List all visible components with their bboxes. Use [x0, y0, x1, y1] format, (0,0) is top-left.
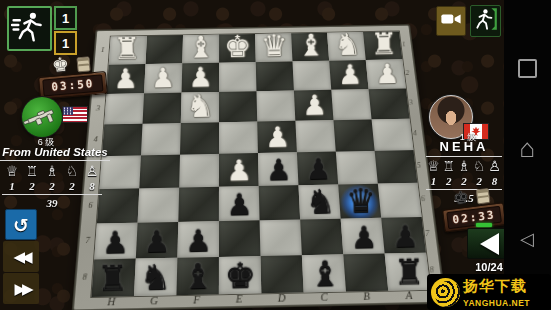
tray-icon-N: ♘ — [472, 158, 487, 174]
square-a7[interactable]: ♟ — [381, 217, 426, 253]
square-g8[interactable]: ♞ — [134, 258, 177, 296]
piece-bN-g8[interactable]: ♞ — [139, 259, 171, 294]
badge-top-value: 1 — [62, 11, 69, 26]
square-e5[interactable]: ♟ — [219, 153, 259, 187]
square-d5[interactable]: ♟ — [258, 152, 299, 186]
square-f5[interactable] — [179, 154, 219, 188]
left-tray: ♕♖♗♘♙ 12228 39 — [2, 163, 102, 209]
tray-icon-P: ♙ — [487, 158, 502, 174]
left-tray-icons: ♕♖♗♘♙ — [2, 163, 102, 179]
piece-bP-c5[interactable]: ♟ — [305, 155, 331, 184]
recents-icon[interactable] — [518, 59, 537, 78]
tray-icon-B: ♗ — [456, 158, 471, 174]
left-tray-counts: 12228 — [2, 180, 102, 195]
piece-bB-f8[interactable]: ♝ — [181, 259, 213, 294]
piece-bP-g7[interactable]: ♟ — [143, 227, 170, 257]
tray-count-N: 2 — [472, 175, 487, 187]
clock-flag-icon-right — [476, 188, 491, 204]
piece-wP-a2[interactable]: ♟ — [375, 61, 400, 88]
white-clock: ♚ 03:50 — [36, 51, 107, 100]
square-c3[interactable]: ♟ — [294, 90, 334, 121]
piece-bK-e8[interactable]: ♚ — [224, 258, 256, 293]
square-c6[interactable]: ♞ — [298, 184, 340, 219]
square-b5[interactable] — [336, 151, 378, 185]
square-b8[interactable] — [343, 253, 388, 291]
square-g5[interactable] — [139, 155, 180, 189]
gun-icon — [22, 97, 62, 137]
square-h1[interactable]: ♜ — [109, 36, 147, 65]
tray-icon-Q: ♕ — [2, 163, 22, 179]
previous-move-icon — [480, 233, 499, 255]
square-g3[interactable] — [143, 93, 182, 124]
square-d2[interactable] — [256, 61, 294, 91]
rank-label-1: 1 — [396, 30, 412, 58]
piece-wN-b1[interactable]: ♞ — [333, 29, 361, 60]
rank-label-3: 3 — [403, 87, 419, 117]
tray-count-P: 8 — [82, 180, 102, 192]
tray-icon-R: ♖ — [441, 158, 456, 174]
file-label-d: D — [260, 289, 303, 305]
square-h7[interactable]: ♟ — [94, 223, 137, 260]
home-icon[interactable]: ⌂ — [512, 133, 542, 164]
piece-wR-h1[interactable]: ♜ — [113, 33, 141, 64]
piece-bR-a8[interactable]: ♜ — [393, 254, 425, 289]
tray-icon-B: ♗ — [42, 163, 62, 179]
watermark-title-en: YANGHUA.NET — [463, 298, 530, 308]
tray-count-R: 2 — [22, 180, 42, 192]
square-b6[interactable]: ♛ — [338, 184, 381, 219]
square-b1[interactable]: ♞ — [327, 32, 366, 61]
square-e2[interactable] — [219, 62, 256, 92]
piece-bP-b7[interactable]: ♟ — [350, 223, 377, 253]
piece-bP-h7[interactable]: ♟ — [101, 228, 128, 258]
square-c8[interactable]: ♝ — [302, 254, 346, 292]
square-f3[interactable]: ♞ — [181, 92, 219, 123]
square-g6[interactable] — [138, 188, 180, 223]
square-e8[interactable]: ♚ — [219, 256, 261, 294]
square-h8[interactable]: ♜ — [91, 259, 135, 297]
piece-wP-g2[interactable]: ♟ — [150, 65, 175, 92]
piece-wP-d4[interactable]: ♟ — [264, 124, 290, 152]
black-clock: ♚ 02:33 — [440, 184, 507, 232]
tray-icon-P: ♙ — [82, 163, 102, 179]
square-b7[interactable]: ♟ — [341, 218, 385, 254]
square-f7[interactable]: ♟ — [177, 221, 219, 258]
left-material-score: 39 — [2, 197, 102, 209]
watermark-title-cn: 扬华下载 — [463, 277, 530, 296]
square-d8[interactable] — [260, 255, 303, 293]
forward-button[interactable]: ▶▶ — [3, 273, 39, 304]
watermark-logo-icon — [431, 278, 460, 307]
white-clock-time: 03:50 — [42, 74, 103, 96]
tray-icon-N: ♘ — [62, 163, 82, 179]
piece-bP-d5[interactable]: ♟ — [265, 156, 291, 185]
square-e3[interactable] — [219, 91, 257, 122]
square-f1[interactable]: ♝ — [182, 35, 219, 64]
badge-top: 1 — [54, 6, 77, 30]
white-king-icon: ♚ — [51, 54, 70, 74]
square-c7[interactable] — [300, 219, 343, 256]
square-e1[interactable]: ♚ — [219, 34, 256, 63]
tray-count-R: 2 — [441, 175, 456, 187]
square-c2[interactable] — [292, 61, 331, 91]
tray-icon-Q: ♕ — [426, 158, 441, 174]
piece-wQ-d1[interactable]: ♛ — [260, 31, 288, 62]
badge-bottom: 1 — [54, 31, 77, 55]
tray-count-Q: 1 — [426, 175, 441, 187]
piece-bB-c8[interactable]: ♝ — [309, 256, 341, 291]
square-d4[interactable]: ♟ — [257, 121, 297, 153]
piece-bQ-b6[interactable]: ♛ — [345, 184, 375, 218]
piece-bP-e6[interactable]: ♟ — [226, 190, 253, 220]
piece-bR-h8[interactable]: ♜ — [96, 260, 128, 295]
square-b4[interactable] — [333, 119, 374, 151]
square-b3[interactable] — [331, 89, 371, 120]
black-clock-time: 02:33 — [446, 206, 502, 229]
us-flag — [62, 106, 88, 123]
square-d7[interactable] — [260, 219, 302, 256]
tray-count-B: 2 — [456, 175, 471, 187]
piece-wB-c1[interactable]: ♝ — [297, 30, 325, 61]
piece-wB-f1[interactable]: ♝ — [187, 32, 215, 63]
undo-button[interactable]: ↺ — [5, 209, 37, 240]
square-d1[interactable]: ♛ — [255, 33, 292, 62]
runner-icon — [9, 8, 50, 49]
square-h6[interactable] — [97, 188, 139, 223]
left-player-avatar[interactable] — [22, 97, 62, 137]
exit-door-runner-icon — [473, 6, 499, 36]
square-f8[interactable]: ♝ — [176, 257, 218, 295]
tray-count-Q: 1 — [2, 180, 22, 192]
square-f4[interactable] — [180, 122, 219, 154]
watermark: 扬华下载 YANGHUA.NET — [427, 274, 551, 310]
right-tray-icons: ♕♖♗♘♙ — [426, 158, 502, 174]
piece-wR-a1[interactable]: ♜ — [370, 29, 397, 60]
tray-icon-R: ♖ — [22, 163, 42, 179]
square-c1[interactable]: ♝ — [291, 33, 329, 62]
turn-indicator — [476, 223, 492, 227]
piece-bN-c6[interactable]: ♞ — [305, 184, 335, 218]
left-player-subtitle: From United States — [0, 146, 110, 161]
piece-bP-a7[interactable]: ♟ — [391, 222, 418, 252]
right-player-name: NEHA — [426, 139, 502, 157]
piece-wK-e1[interactable]: ♚ — [223, 31, 251, 62]
square-a6[interactable] — [378, 183, 422, 218]
square-f6[interactable] — [178, 187, 219, 222]
board-frame: 12345678 12345678 ♜♝♚♛♝♞♜♟♟♟♟♟♞♟♟♟♟♟♟♞♛♟… — [73, 25, 445, 310]
square-h2[interactable]: ♟ — [106, 64, 145, 94]
badge-bottom-value: 1 — [62, 36, 69, 51]
square-e6[interactable]: ♟ — [219, 186, 260, 221]
speed-mode-button[interactable] — [7, 6, 52, 51]
square-b2[interactable]: ♟ — [329, 60, 368, 90]
rank-label-4: 4 — [407, 118, 424, 150]
square-c5[interactable]: ♟ — [297, 152, 338, 186]
android-nav-bar: ⌂ ◁ — [504, 0, 551, 310]
board-scene: 12345678 12345678 ♜♝♚♛♝♞♜♟♟♟♟♟♞♟♟♟♟♟♟♞♛♟… — [56, 0, 456, 310]
clock-flag-icon — [76, 56, 90, 72]
record-video-button[interactable] — [436, 6, 466, 36]
forward-icon: ▶▶ — [12, 280, 29, 298]
square-g2[interactable]: ♟ — [144, 63, 182, 93]
rewind-button[interactable]: ◀◀ — [3, 241, 39, 272]
rank-label-2: 2 — [399, 58, 415, 87]
rewind-icon: ◀◀ — [13, 248, 28, 266]
piece-wN-f3[interactable]: ♞ — [185, 90, 214, 122]
square-a8[interactable]: ♜ — [385, 253, 431, 291]
square-g7[interactable]: ♟ — [136, 222, 178, 259]
square-h3[interactable] — [104, 93, 144, 124]
piece-bP-f7[interactable]: ♟ — [184, 226, 211, 256]
piece-wP-b2[interactable]: ♟ — [337, 62, 362, 89]
black-king-icon: ♚ — [453, 189, 470, 208]
back-icon[interactable]: ◁ — [514, 228, 540, 250]
piece-wP-h2[interactable]: ♟ — [113, 66, 138, 93]
video-camera-icon — [440, 8, 462, 34]
board-grid: ♜♝♚♛♝♞♜♟♟♟♟♟♞♟♟♟♟♟♟♞♛♟♟♟♟♟♜♞♝♚♝♜ — [90, 31, 431, 298]
square-d6[interactable] — [259, 185, 300, 220]
undo-icon: ↺ — [13, 214, 29, 236]
square-e7[interactable] — [219, 220, 260, 257]
square-g4[interactable] — [141, 123, 181, 155]
square-e4[interactable] — [219, 122, 258, 154]
square-d3[interactable] — [256, 91, 295, 122]
piece-wP-e5[interactable]: ♟ — [226, 157, 252, 186]
exit-game-button[interactable] — [470, 5, 501, 37]
piece-wP-c3[interactable]: ♟ — [302, 92, 327, 120]
tray-count-B: 2 — [42, 180, 62, 192]
square-c4[interactable] — [295, 120, 335, 152]
square-g1[interactable] — [145, 35, 182, 64]
tray-count-N: 2 — [62, 180, 82, 192]
